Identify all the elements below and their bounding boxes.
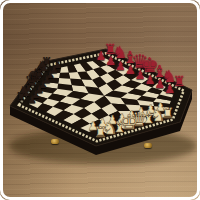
- board-cell: [59, 72, 70, 78]
- brass-clasp-left: [51, 139, 59, 144]
- product-photo[interactable]: ♜♞♝♛♚♝♞♜♟♟♟♟♟♟♟♟♜♞♝♛♚♝♞♜♟♟♟♟♟♟♟♟♜♞♝♛♚♝♞♜…: [0, 0, 200, 200]
- white-rook: ♜: [94, 126, 107, 140]
- brass-clasp-right: [144, 143, 152, 148]
- photo-area: ♜♞♝♛♚♝♞♜♟♟♟♟♟♟♟♟♜♞♝♛♚♝♞♜♟♟♟♟♟♟♟♟♜♞♝♛♚♝♞♜…: [0, 0, 200, 200]
- black-pawn-1: ♟: [27, 95, 36, 106]
- black-rook: ♜: [15, 91, 26, 104]
- red-pawn-8: ♟: [164, 83, 175, 95]
